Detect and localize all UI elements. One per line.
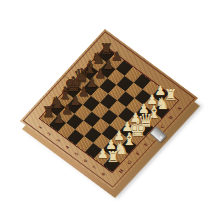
chess-set-photo: ♜♞♝♚♛♝♞♜♟♟♟♟♟♟♟♟♟♟♟♟♟♟♟♟♜♞♝♚♛♝♞♜ HGFEDCB… (0, 0, 224, 224)
square-h1: ♜ (103, 156, 120, 172)
clasp-knob (159, 135, 164, 140)
chess-board: ♜♞♝♚♛♝♞♜♟♟♟♟♟♟♟♟♟♟♟♟♟♟♟♟♜♞♝♚♛♝♞♜ HGFEDCB… (20, 29, 198, 190)
piece-white-rook-h1: ♜ (106, 151, 119, 166)
piece-black-pawn-h7: ♟ (53, 112, 65, 125)
